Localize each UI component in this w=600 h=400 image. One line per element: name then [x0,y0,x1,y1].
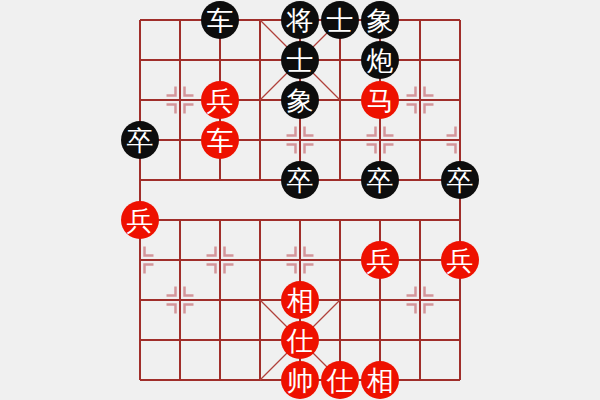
piece-black-soldier[interactable]: 卒 [121,121,159,159]
piece-black-general[interactable]: 将 [281,1,319,39]
piece-black-soldier[interactable]: 卒 [441,161,479,199]
piece-red-soldier[interactable]: 兵 [201,81,239,119]
piece-black-chariot[interactable]: 车 [201,1,239,39]
piece-black-elephant[interactable]: 象 [281,81,319,119]
piece-black-advisor[interactable]: 士 [281,41,319,79]
piece-red-soldier[interactable]: 兵 [121,201,159,239]
xiangqi-app: 车将士象士炮兵象马卒车卒卒卒兵兵兵相仕帅仕相 [0,0,600,400]
pieces-layer[interactable]: 车将士象士炮兵象马卒车卒卒卒兵兵兵相仕帅仕相 [120,0,480,400]
piece-red-elephant[interactable]: 相 [361,361,399,399]
piece-black-soldier[interactable]: 卒 [361,161,399,199]
piece-red-elephant[interactable]: 相 [281,281,319,319]
piece-black-advisor[interactable]: 士 [321,1,359,39]
piece-red-horse[interactable]: 马 [361,81,399,119]
piece-red-advisor[interactable]: 仕 [321,361,359,399]
piece-red-soldier[interactable]: 兵 [441,241,479,279]
piece-black-elephant[interactable]: 象 [361,1,399,39]
piece-red-soldier[interactable]: 兵 [361,241,399,279]
xiangqi-board[interactable]: 车将士象士炮兵象马卒车卒卒卒兵兵兵相仕帅仕相 [0,0,600,400]
piece-red-advisor[interactable]: 仕 [281,321,319,359]
piece-red-chariot[interactable]: 车 [201,121,239,159]
piece-black-soldier[interactable]: 卒 [281,161,319,199]
piece-red-general[interactable]: 帅 [281,361,319,399]
piece-black-cannon[interactable]: 炮 [361,41,399,79]
